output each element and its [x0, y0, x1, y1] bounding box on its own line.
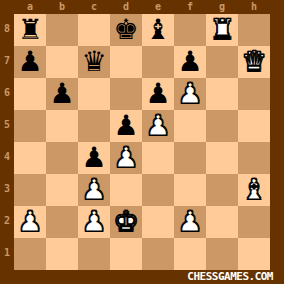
square-g6[interactable] — [206, 78, 238, 110]
square-a6[interactable] — [14, 78, 46, 110]
square-h5[interactable] — [238, 110, 270, 142]
rank-label-8: 8 — [0, 14, 14, 46]
square-g7[interactable] — [206, 46, 238, 78]
square-b5[interactable] — [46, 110, 78, 142]
square-e2[interactable] — [142, 206, 174, 238]
square-c7[interactable]: ♛ — [78, 46, 110, 78]
chess-board: ♜♚♝♜♟♛♟♛♟♟♟♟♟♟♟♟♝♟♟♚♟ — [14, 14, 270, 270]
file-label-d: d — [110, 0, 142, 14]
white-queen-h7: ♛ — [241, 46, 266, 78]
rank-label-6: 6 — [0, 78, 14, 110]
white-pawn-d4: ♟ — [113, 142, 138, 174]
square-d7[interactable] — [110, 46, 142, 78]
file-label-b: b — [46, 0, 78, 14]
file-label-h: h — [238, 0, 270, 14]
file-label-f: f — [174, 0, 206, 14]
black-queen-c7: ♛ — [81, 46, 106, 78]
square-e3[interactable] — [142, 174, 174, 206]
square-e7[interactable] — [142, 46, 174, 78]
square-d8[interactable]: ♚ — [110, 14, 142, 46]
square-d6[interactable] — [110, 78, 142, 110]
square-b7[interactable] — [46, 46, 78, 78]
file-label-e: e — [142, 0, 174, 14]
black-rook-a8: ♜ — [17, 14, 42, 46]
square-e8[interactable]: ♝ — [142, 14, 174, 46]
black-pawn-f7: ♟ — [177, 46, 202, 78]
square-b8[interactable] — [46, 14, 78, 46]
square-g4[interactable] — [206, 142, 238, 174]
square-a8[interactable]: ♜ — [14, 14, 46, 46]
black-king-d8: ♚ — [113, 14, 138, 46]
square-h6[interactable] — [238, 78, 270, 110]
black-pawn-e6: ♟ — [145, 78, 170, 110]
square-e6[interactable]: ♟ — [142, 78, 174, 110]
square-c4[interactable]: ♟ — [78, 142, 110, 174]
square-h7[interactable]: ♛ — [238, 46, 270, 78]
square-c8[interactable] — [78, 14, 110, 46]
square-f2[interactable]: ♟ — [174, 206, 206, 238]
black-pawn-d5: ♟ — [113, 110, 138, 142]
file-label-a: a — [14, 0, 46, 14]
square-e4[interactable] — [142, 142, 174, 174]
white-bishop-h3: ♝ — [241, 174, 266, 206]
square-b3[interactable] — [46, 174, 78, 206]
square-d5[interactable]: ♟ — [110, 110, 142, 142]
rank-label-4: 4 — [0, 142, 14, 174]
square-a3[interactable] — [14, 174, 46, 206]
square-f8[interactable] — [174, 14, 206, 46]
square-a4[interactable] — [14, 142, 46, 174]
square-f7[interactable]: ♟ — [174, 46, 206, 78]
square-c1[interactable] — [78, 238, 110, 270]
square-e1[interactable] — [142, 238, 174, 270]
white-pawn-a2: ♟ — [17, 206, 42, 238]
square-h8[interactable] — [238, 14, 270, 46]
square-a5[interactable] — [14, 110, 46, 142]
square-b1[interactable] — [46, 238, 78, 270]
square-d3[interactable] — [110, 174, 142, 206]
rank-labels: 87654321 — [0, 14, 14, 270]
rank-label-1: 1 — [0, 238, 14, 270]
square-b2[interactable] — [46, 206, 78, 238]
white-king-d2: ♚ — [113, 206, 138, 238]
file-label-g: g — [206, 0, 238, 14]
file-label-c: c — [78, 0, 110, 14]
rank-label-3: 3 — [0, 174, 14, 206]
square-f3[interactable] — [174, 174, 206, 206]
square-h4[interactable] — [238, 142, 270, 174]
white-pawn-f6: ♟ — [177, 78, 202, 110]
white-rook-g8: ♜ — [209, 14, 234, 46]
rank-label-7: 7 — [0, 46, 14, 78]
file-labels: abcdefgh — [14, 0, 270, 14]
square-g1[interactable] — [206, 238, 238, 270]
square-d2[interactable]: ♚ — [110, 206, 142, 238]
square-g2[interactable] — [206, 206, 238, 238]
chess-diagram: abcdefgh 87654321 ♜♚♝♜♟♛♟♛♟♟♟♟♟♟♟♟♝♟♟♚♟ … — [0, 0, 284, 284]
white-pawn-c3: ♟ — [81, 174, 106, 206]
square-g8[interactable]: ♜ — [206, 14, 238, 46]
black-pawn-a7: ♟ — [17, 46, 42, 78]
black-bishop-e8: ♝ — [145, 14, 170, 46]
white-pawn-f2: ♟ — [177, 206, 202, 238]
white-pawn-c2: ♟ — [81, 206, 106, 238]
square-c2[interactable]: ♟ — [78, 206, 110, 238]
square-e5[interactable]: ♟ — [142, 110, 174, 142]
square-g5[interactable] — [206, 110, 238, 142]
square-h3[interactable]: ♝ — [238, 174, 270, 206]
square-a2[interactable]: ♟ — [14, 206, 46, 238]
rank-label-2: 2 — [0, 206, 14, 238]
square-f6[interactable]: ♟ — [174, 78, 206, 110]
square-b4[interactable] — [46, 142, 78, 174]
square-h2[interactable] — [238, 206, 270, 238]
square-a7[interactable]: ♟ — [14, 46, 46, 78]
square-c6[interactable] — [78, 78, 110, 110]
square-f5[interactable] — [174, 110, 206, 142]
square-f4[interactable] — [174, 142, 206, 174]
square-g3[interactable] — [206, 174, 238, 206]
square-f1[interactable] — [174, 238, 206, 270]
rank-label-5: 5 — [0, 110, 14, 142]
square-d4[interactable]: ♟ — [110, 142, 142, 174]
square-c5[interactable] — [78, 110, 110, 142]
black-pawn-b6: ♟ — [49, 78, 74, 110]
square-b6[interactable]: ♟ — [46, 78, 78, 110]
white-pawn-e5: ♟ — [145, 110, 170, 142]
square-d1[interactable] — [110, 238, 142, 270]
black-pawn-c4: ♟ — [81, 142, 106, 174]
square-a1[interactable] — [14, 238, 46, 270]
square-c3[interactable]: ♟ — [78, 174, 110, 206]
chessgames-watermark: CHESSGAMES.COM — [187, 270, 273, 284]
square-h1[interactable] — [238, 238, 270, 270]
